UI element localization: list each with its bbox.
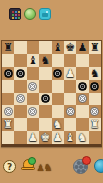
white-checker[interactable] — [28, 82, 37, 91]
square-e5[interactable] — [52, 80, 64, 93]
help-button[interactable]: ? — [3, 160, 16, 173]
square-b4[interactable] — [14, 93, 26, 106]
bell-badge — [28, 157, 36, 165]
white-knight[interactable]: ♞ — [78, 132, 88, 143]
white-checker[interactable] — [66, 107, 75, 116]
square-h4[interactable] — [89, 93, 101, 106]
square-f8[interactable]: ♚ — [64, 41, 76, 54]
black-knight[interactable]: ♞ — [90, 68, 100, 79]
square-h2[interactable]: ♜ — [89, 118, 101, 131]
players-cluster-button[interactable] — [73, 158, 90, 175]
white-checker[interactable] — [16, 94, 25, 103]
square-c3[interactable] — [27, 105, 39, 118]
square-f3[interactable] — [64, 105, 76, 118]
square-h7[interactable] — [89, 54, 101, 67]
square-d6[interactable] — [39, 67, 51, 80]
square-f5[interactable] — [64, 80, 76, 93]
square-d7[interactable]: ♞ — [39, 54, 51, 67]
square-b7[interactable] — [14, 54, 26, 67]
white-rook[interactable]: ♜ — [3, 119, 13, 130]
white-checker[interactable] — [78, 94, 87, 103]
white-king[interactable]: ♚ — [40, 132, 50, 143]
black-checker[interactable] — [16, 69, 25, 78]
square-c2[interactable] — [27, 118, 39, 131]
square-g3[interactable] — [76, 105, 88, 118]
square-h5[interactable] — [89, 80, 101, 93]
teal-game-icon[interactable] — [39, 8, 51, 20]
cluster-icon-dots — [79, 165, 83, 169]
black-rook[interactable]: ♜ — [3, 42, 13, 53]
square-d2[interactable] — [39, 118, 51, 131]
square-c1[interactable]: ♟ — [27, 131, 39, 144]
bell-icon-lip — [21, 167, 35, 170]
checkered-game-icon[interactable] — [9, 8, 21, 20]
square-g5[interactable] — [76, 80, 88, 93]
square-b1[interactable] — [14, 131, 26, 144]
white-checker[interactable] — [90, 107, 99, 116]
white-pawn[interactable]: ♟ — [28, 132, 38, 143]
black-rook[interactable]: ♜ — [90, 42, 100, 53]
black-king[interactable]: ♚ — [65, 42, 75, 53]
square-c7[interactable]: ♝ — [27, 54, 39, 67]
square-d8[interactable] — [39, 41, 51, 54]
black-checker[interactable] — [4, 69, 13, 78]
square-a5[interactable] — [2, 80, 14, 93]
square-f2[interactable] — [64, 118, 76, 131]
square-a6[interactable] — [2, 67, 14, 80]
square-b5[interactable] — [14, 80, 26, 93]
teal-icon-detail — [42, 13, 48, 17]
square-d5[interactable] — [39, 80, 51, 93]
square-g2[interactable] — [76, 118, 88, 131]
square-e6[interactable] — [52, 67, 64, 80]
square-h6[interactable]: ♞ — [89, 67, 101, 80]
square-d3[interactable] — [39, 105, 51, 118]
white-knight[interactable]: ♞ — [53, 119, 63, 130]
square-b8[interactable] — [14, 41, 26, 54]
square-a2[interactable]: ♜ — [2, 118, 14, 131]
square-d4[interactable] — [39, 93, 51, 106]
square-g8[interactable]: ♟ — [76, 41, 88, 54]
white-checker[interactable] — [4, 107, 13, 116]
square-b3[interactable] — [14, 105, 26, 118]
square-a7[interactable] — [2, 54, 14, 67]
checkered-icon-dots — [12, 11, 14, 13]
square-f6[interactable]: ♟ — [64, 67, 76, 80]
white-rook[interactable]: ♜ — [90, 119, 100, 130]
square-e2[interactable]: ♞ — [52, 118, 64, 131]
square-c5[interactable] — [27, 80, 39, 93]
help-question-icon: ? — [7, 162, 12, 172]
black-checker[interactable] — [41, 94, 50, 103]
square-a8[interactable]: ♜ — [2, 41, 14, 54]
square-f7[interactable] — [64, 54, 76, 67]
white-pawn[interactable]: ♟ — [53, 132, 63, 143]
board: ♜♝♚♟♜♝♞♟♞♜♞♜♟♚♟♝♞ — [1, 40, 102, 147]
globe-button[interactable] — [94, 159, 103, 173]
black-checker[interactable] — [78, 82, 87, 91]
square-h8[interactable]: ♜ — [89, 41, 101, 54]
top-toolbar — [9, 8, 51, 20]
chess-pieces-button[interactable]: ♟ ♞ — [36, 158, 53, 173]
black-pawn[interactable]: ♟ — [78, 42, 88, 53]
black-knight[interactable]: ♞ — [40, 55, 50, 66]
square-g7[interactable] — [76, 54, 88, 67]
square-c6[interactable] — [27, 67, 39, 80]
teal-icon-dot — [46, 11, 48, 13]
square-g6[interactable] — [76, 67, 88, 80]
square-c8[interactable] — [27, 41, 39, 54]
knight-icon: ♞ — [44, 163, 53, 173]
square-g1[interactable]: ♞ — [76, 131, 88, 144]
square-e4[interactable] — [52, 93, 64, 106]
black-checker[interactable] — [53, 69, 62, 78]
square-h3[interactable] — [89, 105, 101, 118]
game-screen: { "game": "Chess and checkers hybrid on … — [0, 0, 103, 183]
square-e3[interactable] — [52, 105, 64, 118]
square-c4[interactable] — [27, 93, 39, 106]
green-ball-game-icon[interactable] — [24, 8, 36, 20]
black-bishop[interactable]: ♝ — [53, 42, 63, 53]
square-f1[interactable]: ♝ — [64, 131, 76, 144]
black-bishop[interactable]: ♝ — [28, 55, 38, 66]
white-pawn[interactable]: ♟ — [65, 68, 75, 79]
square-d1[interactable]: ♚ — [39, 131, 51, 144]
black-checker[interactable] — [90, 82, 99, 91]
square-e7[interactable] — [52, 54, 64, 67]
square-b2[interactable] — [14, 118, 26, 131]
square-h1[interactable] — [89, 131, 101, 144]
square-g4[interactable] — [76, 93, 88, 106]
square-a3[interactable] — [2, 105, 14, 118]
square-e8[interactable]: ♝ — [52, 41, 64, 54]
square-e1[interactable]: ♟ — [52, 131, 64, 144]
square-a4[interactable] — [2, 93, 14, 106]
square-b6[interactable] — [14, 67, 26, 80]
square-f4[interactable] — [64, 93, 76, 106]
notifications-bell-button[interactable] — [20, 157, 36, 173]
white-checker[interactable] — [28, 107, 37, 116]
square-a1[interactable] — [2, 131, 14, 144]
notification-badge — [82, 156, 91, 165]
white-bishop[interactable]: ♝ — [65, 132, 75, 143]
